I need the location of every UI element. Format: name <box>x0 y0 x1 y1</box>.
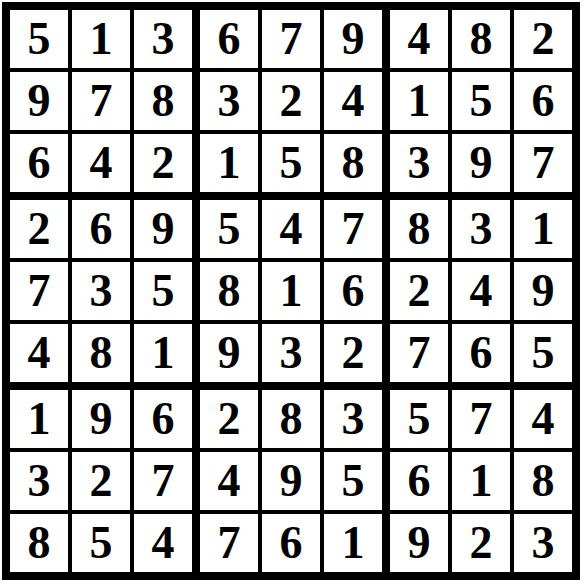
cell-r7c3[interactable]: 6 <box>134 390 192 448</box>
cell-r7c4[interactable]: 2 <box>200 390 258 448</box>
cell-r7c2[interactable]: 9 <box>72 390 130 448</box>
cell-r8c1[interactable]: 3 <box>10 452 68 510</box>
cell-r3c3[interactable]: 2 <box>134 134 192 192</box>
cell-r6c8[interactable]: 6 <box>452 324 510 382</box>
cell-r6c4[interactable]: 9 <box>200 324 258 382</box>
cell-r8c5[interactable]: 9 <box>262 452 320 510</box>
cell-r1c3[interactable]: 3 <box>134 10 192 68</box>
cell-r3c6[interactable]: 8 <box>324 134 382 192</box>
sudoku-board: 5139786426793241584821563972697354815478… <box>2 2 580 580</box>
cell-r4c5[interactable]: 4 <box>262 200 320 258</box>
cell-r2c9[interactable]: 6 <box>514 72 572 130</box>
cell-r7c8[interactable]: 7 <box>452 390 510 448</box>
cell-r7c7[interactable]: 5 <box>390 390 448 448</box>
cell-r4c6[interactable]: 7 <box>324 200 382 258</box>
cell-r1c2[interactable]: 1 <box>72 10 130 68</box>
cell-r5c8[interactable]: 4 <box>452 262 510 320</box>
cell-r6c1[interactable]: 4 <box>10 324 68 382</box>
cell-r1c1[interactable]: 5 <box>10 10 68 68</box>
cell-r2c3[interactable]: 8 <box>134 72 192 130</box>
cell-r2c2[interactable]: 7 <box>72 72 130 130</box>
cell-r9c6[interactable]: 1 <box>324 514 382 572</box>
cell-r6c7[interactable]: 7 <box>390 324 448 382</box>
cell-r3c1[interactable]: 6 <box>10 134 68 192</box>
cell-r6c2[interactable]: 8 <box>72 324 130 382</box>
box-3-1: 196327854 <box>10 390 192 572</box>
box-2-1: 269735481 <box>10 200 192 382</box>
cell-r5c7[interactable]: 2 <box>390 262 448 320</box>
cell-r1c4[interactable]: 6 <box>200 10 258 68</box>
cell-r3c7[interactable]: 3 <box>390 134 448 192</box>
cell-r1c7[interactable]: 4 <box>390 10 448 68</box>
cell-r4c8[interactable]: 3 <box>452 200 510 258</box>
cell-r9c1[interactable]: 8 <box>10 514 68 572</box>
cell-r9c4[interactable]: 7 <box>200 514 258 572</box>
cell-r9c3[interactable]: 4 <box>134 514 192 572</box>
cell-r5c1[interactable]: 7 <box>10 262 68 320</box>
cell-r4c7[interactable]: 8 <box>390 200 448 258</box>
box-1-1: 513978642 <box>10 10 192 192</box>
page: 5139786426793241584821563972697354815478… <box>0 0 584 584</box>
cell-r3c4[interactable]: 1 <box>200 134 258 192</box>
box-3-3: 574618923 <box>390 390 572 572</box>
cell-r1c6[interactable]: 9 <box>324 10 382 68</box>
cell-r3c5[interactable]: 5 <box>262 134 320 192</box>
cell-r7c9[interactable]: 4 <box>514 390 572 448</box>
cell-r3c2[interactable]: 4 <box>72 134 130 192</box>
cell-r8c9[interactable]: 8 <box>514 452 572 510</box>
cell-r5c5[interactable]: 1 <box>262 262 320 320</box>
cell-r8c7[interactable]: 6 <box>390 452 448 510</box>
cell-r6c9[interactable]: 5 <box>514 324 572 382</box>
cell-r9c7[interactable]: 9 <box>390 514 448 572</box>
cell-r8c3[interactable]: 7 <box>134 452 192 510</box>
cell-r4c1[interactable]: 2 <box>10 200 68 258</box>
cell-r4c2[interactable]: 6 <box>72 200 130 258</box>
box-1-2: 679324158 <box>200 10 382 192</box>
cell-r5c6[interactable]: 6 <box>324 262 382 320</box>
cell-r1c8[interactable]: 8 <box>452 10 510 68</box>
box-1-3: 482156397 <box>390 10 572 192</box>
cell-r3c8[interactable]: 9 <box>452 134 510 192</box>
box-2-2: 547816932 <box>200 200 382 382</box>
cell-r7c1[interactable]: 1 <box>10 390 68 448</box>
cell-r8c2[interactable]: 2 <box>72 452 130 510</box>
cell-r7c6[interactable]: 3 <box>324 390 382 448</box>
box-3-2: 283495761 <box>200 390 382 572</box>
cell-r8c6[interactable]: 5 <box>324 452 382 510</box>
cell-r5c4[interactable]: 8 <box>200 262 258 320</box>
cell-r9c2[interactable]: 5 <box>72 514 130 572</box>
cell-r2c4[interactable]: 3 <box>200 72 258 130</box>
cell-r2c8[interactable]: 5 <box>452 72 510 130</box>
cell-r6c3[interactable]: 1 <box>134 324 192 382</box>
cell-r7c5[interactable]: 8 <box>262 390 320 448</box>
cell-r3c9[interactable]: 7 <box>514 134 572 192</box>
cell-r9c8[interactable]: 2 <box>452 514 510 572</box>
cell-r1c5[interactable]: 7 <box>262 10 320 68</box>
cell-r9c5[interactable]: 6 <box>262 514 320 572</box>
cell-r4c9[interactable]: 1 <box>514 200 572 258</box>
cell-r2c5[interactable]: 2 <box>262 72 320 130</box>
cell-r5c2[interactable]: 3 <box>72 262 130 320</box>
cell-r5c3[interactable]: 5 <box>134 262 192 320</box>
cell-r4c3[interactable]: 9 <box>134 200 192 258</box>
cell-r6c5[interactable]: 3 <box>262 324 320 382</box>
cell-r1c9[interactable]: 2 <box>514 10 572 68</box>
cell-r6c6[interactable]: 2 <box>324 324 382 382</box>
cell-r2c7[interactable]: 1 <box>390 72 448 130</box>
cell-r2c6[interactable]: 4 <box>324 72 382 130</box>
cell-r8c8[interactable]: 1 <box>452 452 510 510</box>
cell-r9c9[interactable]: 3 <box>514 514 572 572</box>
cell-r2c1[interactable]: 9 <box>10 72 68 130</box>
cell-r8c4[interactable]: 4 <box>200 452 258 510</box>
cell-r5c9[interactable]: 9 <box>514 262 572 320</box>
box-2-3: 831249765 <box>390 200 572 382</box>
cell-r4c4[interactable]: 5 <box>200 200 258 258</box>
